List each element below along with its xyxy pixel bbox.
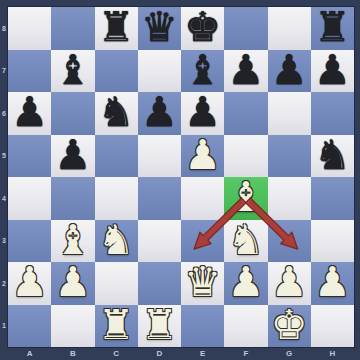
square-g3[interactable] [268,220,311,263]
chess-board-frame: 87654321 ♜♛♚♜♝♝♟♟♟♟♞♟♟♟♟♞♝♝♞♞♟♟♛♟♟♟♜♜♚ A… [0,0,360,360]
square-d4[interactable] [138,177,181,220]
white-rook[interactable]: ♜ [141,304,178,346]
white-king[interactable]: ♚ [271,304,308,346]
black-pawn[interactable]: ♟ [11,91,48,133]
square-g1[interactable]: ♚ [268,305,311,348]
white-pawn[interactable]: ♟ [184,134,221,176]
square-b3[interactable]: ♝ [51,220,94,263]
square-d1[interactable]: ♜ [138,305,181,348]
white-pawn[interactable]: ♟ [54,261,91,303]
square-f2[interactable]: ♟ [224,262,267,305]
square-c1[interactable]: ♜ [95,305,138,348]
white-pawn[interactable]: ♟ [11,261,48,303]
square-g8[interactable] [268,7,311,50]
square-e7[interactable]: ♝ [181,50,224,93]
rank-label-4: 4 [0,177,8,220]
square-e5[interactable]: ♟ [181,135,224,178]
square-f4[interactable]: ♝ [224,177,267,220]
square-g4[interactable] [268,177,311,220]
square-a3[interactable] [8,220,51,263]
square-h1[interactable] [311,305,354,348]
black-bishop[interactable]: ♝ [184,49,221,91]
square-c2[interactable] [95,262,138,305]
square-h7[interactable]: ♟ [311,50,354,93]
square-c5[interactable] [95,135,138,178]
square-e6[interactable]: ♟ [181,92,224,135]
square-b2[interactable]: ♟ [51,262,94,305]
black-pawn[interactable]: ♟ [227,49,264,91]
black-pawn[interactable]: ♟ [54,134,91,176]
rank-label-5: 5 [0,135,8,178]
black-pawn[interactable]: ♟ [184,91,221,133]
rank-label-2: 2 [0,262,8,305]
square-c4[interactable] [95,177,138,220]
white-queen[interactable]: ♛ [184,261,221,303]
chess-board[interactable]: ♜♛♚♜♝♝♟♟♟♟♞♟♟♟♟♞♝♝♞♞♟♟♛♟♟♟♜♜♚ [8,7,354,347]
white-rook[interactable]: ♜ [98,304,135,346]
square-f5[interactable] [224,135,267,178]
square-h3[interactable] [311,220,354,263]
file-label-d: D [138,347,181,360]
square-c7[interactable] [95,50,138,93]
file-label-c: C [95,347,138,360]
black-king[interactable]: ♚ [184,6,221,48]
square-h4[interactable] [311,177,354,220]
square-b8[interactable] [51,7,94,50]
rank-label-1: 1 [0,305,8,348]
square-a2[interactable]: ♟ [8,262,51,305]
black-knight[interactable]: ♞ [98,91,135,133]
square-h2[interactable]: ♟ [311,262,354,305]
white-bishop[interactable]: ♝ [54,219,91,261]
rank-label-3: 3 [0,220,8,263]
square-d7[interactable] [138,50,181,93]
black-pawn[interactable]: ♟ [141,91,178,133]
square-b1[interactable] [51,305,94,348]
black-pawn[interactable]: ♟ [314,49,351,91]
black-pawn[interactable]: ♟ [271,49,308,91]
white-pawn[interactable]: ♟ [314,261,351,303]
square-d8[interactable]: ♛ [138,7,181,50]
square-f1[interactable] [224,305,267,348]
square-c8[interactable]: ♜ [95,7,138,50]
file-label-e: E [181,347,224,360]
square-f3[interactable]: ♞ [224,220,267,263]
square-b5[interactable]: ♟ [51,135,94,178]
square-f8[interactable] [224,7,267,50]
square-e8[interactable]: ♚ [181,7,224,50]
square-b4[interactable] [51,177,94,220]
square-g5[interactable] [268,135,311,178]
square-a4[interactable] [8,177,51,220]
white-knight[interactable]: ♞ [227,219,264,261]
square-e1[interactable] [181,305,224,348]
file-labels: ABCDEFGH [8,347,354,360]
white-pawn[interactable]: ♟ [227,261,264,303]
file-label-h: H [311,347,354,360]
square-f6[interactable] [224,92,267,135]
square-e2[interactable]: ♛ [181,262,224,305]
square-d3[interactable] [138,220,181,263]
square-d5[interactable] [138,135,181,178]
square-d2[interactable] [138,262,181,305]
file-label-f: F [224,347,267,360]
square-c6[interactable]: ♞ [95,92,138,135]
square-b6[interactable] [51,92,94,135]
square-e3[interactable] [181,220,224,263]
rank-label-7: 7 [0,50,8,93]
square-d6[interactable]: ♟ [138,92,181,135]
square-a1[interactable] [8,305,51,348]
white-knight[interactable]: ♞ [98,219,135,261]
square-a6[interactable]: ♟ [8,92,51,135]
rank-label-6: 6 [0,92,8,135]
square-h8[interactable]: ♜ [311,7,354,50]
square-a8[interactable] [8,7,51,50]
black-queen[interactable]: ♛ [141,6,178,48]
square-e4[interactable] [181,177,224,220]
black-knight[interactable]: ♞ [314,134,351,176]
file-label-b: B [51,347,94,360]
square-h5[interactable]: ♞ [311,135,354,178]
white-pawn[interactable]: ♟ [271,261,308,303]
white-bishop[interactable]: ♝ [227,176,264,218]
black-rook[interactable]: ♜ [314,6,351,48]
square-a5[interactable] [8,135,51,178]
square-g2[interactable]: ♟ [268,262,311,305]
file-label-g: G [268,347,311,360]
black-rook[interactable]: ♜ [98,6,135,48]
square-b7[interactable]: ♝ [51,50,94,93]
rank-label-8: 8 [0,7,8,50]
square-c3[interactable]: ♞ [95,220,138,263]
rank-labels: 87654321 [0,7,8,347]
square-a7[interactable] [8,50,51,93]
square-h6[interactable] [311,92,354,135]
square-f7[interactable]: ♟ [224,50,267,93]
square-g6[interactable] [268,92,311,135]
file-label-a: A [8,347,51,360]
black-bishop[interactable]: ♝ [54,49,91,91]
square-g7[interactable]: ♟ [268,50,311,93]
